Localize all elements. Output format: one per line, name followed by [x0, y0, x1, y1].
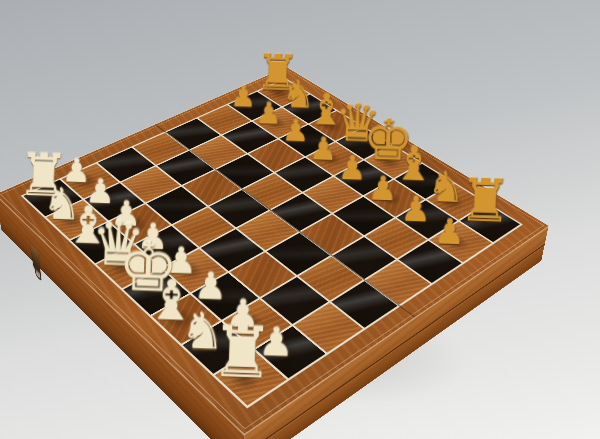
piece-black-pawn[interactable]: ♟ [427, 214, 472, 250]
board-squares-grid: ♜♞♝♛♚♝♞♜♟♟♟♟♟♟♟♟♟♟♟♟♟♟♟♟♜♞♝♛♚♝♞♜ [21, 78, 523, 408]
piece-white-rook[interactable]: ♜ [209, 316, 263, 389]
brass-clasp [30, 244, 41, 274]
square-e4[interactable] [237, 211, 298, 251]
chess-set-photo: ♜♞♝♛♚♝♞♜♟♟♟♟♟♟♟♟♟♟♟♟♟♟♟♟♜♞♝♛♚♝♞♜ [0, 0, 600, 439]
board-scene: ♜♞♝♛♚♝♞♜♟♟♟♟♟♟♟♟♟♟♟♟♟♟♟♟♜♞♝♛♚♝♞♜ [67, 7, 472, 412]
